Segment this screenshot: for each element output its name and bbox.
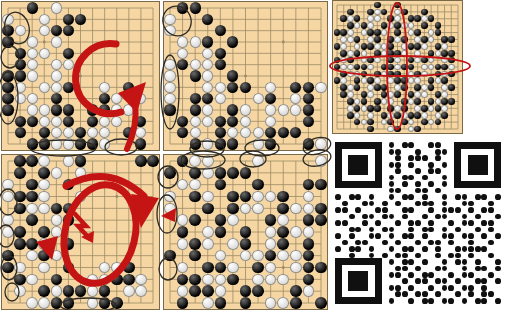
black-stone bbox=[215, 127, 226, 138]
white-stone bbox=[265, 116, 276, 127]
qr-module bbox=[408, 272, 414, 278]
white-stone bbox=[39, 116, 50, 127]
qr-module bbox=[428, 220, 434, 226]
qr-module bbox=[408, 259, 414, 265]
black-stone bbox=[347, 112, 354, 119]
qr-module bbox=[435, 155, 441, 161]
white-stone bbox=[215, 93, 226, 104]
white-stone bbox=[164, 14, 175, 25]
qr-module bbox=[462, 214, 468, 220]
black-stone bbox=[290, 285, 302, 297]
qr-module bbox=[428, 162, 434, 168]
white-stone bbox=[51, 116, 62, 127]
white-stone bbox=[367, 91, 374, 98]
black-stone bbox=[448, 71, 455, 78]
white-stone bbox=[252, 191, 264, 203]
qr-module bbox=[462, 246, 468, 252]
white-stone bbox=[202, 274, 214, 286]
black-stone bbox=[414, 43, 421, 50]
qr-module bbox=[408, 285, 414, 291]
white-stone bbox=[394, 105, 401, 112]
white-stone bbox=[202, 70, 213, 81]
white-stone bbox=[421, 64, 428, 71]
white-stone bbox=[387, 22, 394, 29]
black-stone bbox=[63, 104, 74, 115]
qr-module bbox=[488, 227, 494, 233]
black-stone bbox=[227, 138, 238, 149]
black-stone bbox=[290, 297, 302, 309]
qr-module bbox=[415, 278, 421, 284]
white-stone bbox=[340, 36, 347, 43]
qr-module bbox=[355, 240, 361, 246]
qr-module bbox=[369, 233, 375, 239]
black-stone bbox=[340, 50, 347, 57]
white-stone bbox=[315, 138, 326, 149]
black-stone bbox=[435, 105, 442, 112]
white-stone bbox=[2, 179, 14, 191]
qr-module bbox=[488, 253, 494, 259]
white-stone bbox=[361, 50, 368, 57]
qr-module bbox=[422, 194, 428, 200]
black-stone bbox=[421, 105, 428, 112]
white-stone bbox=[265, 104, 276, 115]
qr-module bbox=[455, 291, 461, 297]
white-stone bbox=[265, 238, 277, 250]
qr-module bbox=[415, 240, 421, 246]
black-stone bbox=[340, 84, 347, 91]
black-stone bbox=[14, 226, 26, 238]
black-stone bbox=[401, 9, 408, 16]
black-stone bbox=[374, 71, 381, 78]
white-stone bbox=[340, 43, 347, 50]
white-stone bbox=[367, 22, 374, 29]
qr-module bbox=[462, 266, 468, 272]
qr-module bbox=[382, 207, 388, 213]
white-stone bbox=[303, 285, 315, 297]
qr-module bbox=[475, 259, 481, 265]
white-stone bbox=[2, 214, 14, 226]
black-stone bbox=[315, 179, 327, 191]
black-stone bbox=[387, 71, 394, 78]
qr-module bbox=[389, 214, 395, 220]
qr-module bbox=[389, 162, 395, 168]
black-stone bbox=[394, 112, 401, 119]
qr-module bbox=[395, 266, 401, 272]
black-stone bbox=[63, 238, 75, 250]
black-stone bbox=[202, 203, 214, 215]
black-stone bbox=[14, 274, 26, 286]
white-stone bbox=[435, 77, 442, 84]
black-stone bbox=[354, 50, 361, 57]
qr-module bbox=[495, 259, 501, 265]
black-stone bbox=[27, 116, 38, 127]
white-stone bbox=[414, 50, 421, 57]
black-stone bbox=[111, 274, 123, 286]
black-stone bbox=[277, 238, 289, 250]
qr-module bbox=[415, 253, 421, 259]
qr-module bbox=[395, 168, 401, 174]
qr-module bbox=[442, 266, 448, 272]
qr-module bbox=[495, 194, 501, 200]
qr-module bbox=[382, 227, 388, 233]
black-stone bbox=[215, 25, 226, 36]
qr-module bbox=[442, 285, 448, 291]
qr-module bbox=[349, 214, 355, 220]
white-stone bbox=[39, 104, 50, 115]
qr-module bbox=[389, 259, 395, 265]
qr-module bbox=[442, 233, 448, 239]
black-stone bbox=[374, 2, 381, 9]
qr-module bbox=[428, 272, 434, 278]
black-stone bbox=[189, 214, 201, 226]
qr-module bbox=[382, 240, 388, 246]
qr-module bbox=[422, 278, 428, 284]
black-stone bbox=[394, 77, 401, 84]
black-stone bbox=[428, 50, 435, 57]
white-stone bbox=[2, 14, 13, 25]
white-stone bbox=[38, 155, 50, 167]
black-stone bbox=[87, 104, 98, 115]
black-stone bbox=[435, 22, 442, 29]
black-stone bbox=[14, 238, 26, 250]
black-stone bbox=[347, 22, 354, 29]
white-stone bbox=[51, 82, 62, 93]
black-stone bbox=[240, 167, 252, 179]
white-stone bbox=[177, 48, 188, 59]
white-stone bbox=[252, 155, 264, 167]
white-stone bbox=[252, 274, 264, 286]
white-stone bbox=[303, 226, 315, 238]
qr-module bbox=[462, 220, 468, 226]
black-stone bbox=[381, 91, 388, 98]
qr-module bbox=[475, 227, 481, 233]
white-stone bbox=[164, 59, 175, 70]
black-stone bbox=[2, 262, 14, 274]
white-stone bbox=[189, 155, 201, 167]
white-stone bbox=[252, 203, 264, 215]
black-stone bbox=[51, 203, 63, 215]
black-stone bbox=[435, 29, 442, 36]
black-stone bbox=[14, 167, 26, 179]
qr-module bbox=[455, 253, 461, 259]
qr-module bbox=[455, 227, 461, 233]
white-stone bbox=[164, 93, 175, 104]
white-stone bbox=[290, 104, 301, 115]
qr-module bbox=[448, 220, 454, 226]
black-stone bbox=[99, 104, 110, 115]
qr-module bbox=[408, 233, 414, 239]
qr-module bbox=[455, 246, 461, 252]
white-stone bbox=[135, 274, 147, 286]
black-stone bbox=[63, 214, 75, 226]
qr-module bbox=[349, 194, 355, 200]
qr-module bbox=[468, 220, 474, 226]
qr-module bbox=[475, 266, 481, 272]
white-stone bbox=[381, 98, 388, 105]
white-stone bbox=[111, 262, 123, 274]
qr-finder-module bbox=[375, 297, 382, 304]
qr-module bbox=[369, 246, 375, 252]
white-stone bbox=[99, 82, 110, 93]
black-stone bbox=[387, 36, 394, 43]
white-stone bbox=[51, 36, 62, 47]
qr-module bbox=[422, 233, 428, 239]
qr-module bbox=[422, 227, 428, 233]
qr-module bbox=[395, 201, 401, 207]
white-stone bbox=[414, 105, 421, 112]
black-stone bbox=[227, 104, 238, 115]
black-stone bbox=[374, 36, 381, 43]
black-stone bbox=[202, 36, 213, 47]
black-stone bbox=[240, 285, 252, 297]
qr-module bbox=[389, 194, 395, 200]
white-stone bbox=[27, 93, 38, 104]
white-stone bbox=[51, 127, 62, 138]
white-stone bbox=[277, 274, 289, 286]
black-stone bbox=[75, 14, 86, 25]
black-stone bbox=[190, 93, 201, 104]
black-stone bbox=[227, 191, 239, 203]
white-stone bbox=[394, 9, 401, 16]
qr-module bbox=[369, 214, 375, 220]
black-stone bbox=[315, 214, 327, 226]
black-stone bbox=[26, 214, 38, 226]
white-stone bbox=[240, 116, 251, 127]
black-stone bbox=[367, 29, 374, 36]
black-stone bbox=[135, 155, 147, 167]
black-stone bbox=[164, 250, 176, 262]
qr-module bbox=[395, 291, 401, 297]
qr-module bbox=[455, 194, 461, 200]
white-stone bbox=[2, 191, 14, 203]
white-stone bbox=[87, 297, 99, 309]
qr-module bbox=[435, 142, 441, 148]
qr-finder-module bbox=[494, 181, 501, 188]
black-stone bbox=[14, 191, 26, 203]
black-stone bbox=[367, 77, 374, 84]
black-stone bbox=[374, 84, 381, 91]
black-stone bbox=[252, 285, 264, 297]
black-stone bbox=[38, 167, 50, 179]
white-stone bbox=[265, 297, 277, 309]
white-stone bbox=[202, 167, 214, 179]
black-stone bbox=[15, 127, 26, 138]
black-stone bbox=[15, 116, 26, 127]
go-board-bottom-right bbox=[163, 154, 328, 310]
black-stone bbox=[387, 43, 394, 50]
black-stone bbox=[51, 297, 63, 309]
qr-module bbox=[389, 272, 395, 278]
qr-module bbox=[408, 298, 414, 304]
qr-module bbox=[468, 233, 474, 239]
black-stone bbox=[27, 138, 38, 149]
black-stone bbox=[421, 22, 428, 29]
qr-module bbox=[402, 266, 408, 272]
qr-module bbox=[395, 240, 401, 246]
black-stone bbox=[240, 226, 252, 238]
black-stone bbox=[123, 262, 135, 274]
black-stone bbox=[340, 91, 347, 98]
black-stone bbox=[334, 29, 341, 36]
qr-module bbox=[382, 253, 388, 259]
white-stone bbox=[2, 226, 14, 238]
black-stone bbox=[435, 43, 442, 50]
white-stone bbox=[340, 77, 347, 84]
qr-module bbox=[428, 168, 434, 174]
black-stone bbox=[394, 91, 401, 98]
qr-module bbox=[402, 181, 408, 187]
white-stone bbox=[361, 77, 368, 84]
qr-module bbox=[481, 220, 487, 226]
black-stone bbox=[303, 116, 314, 127]
qr-module bbox=[408, 155, 414, 161]
white-stone bbox=[448, 64, 455, 71]
qr-module bbox=[428, 181, 434, 187]
white-stone bbox=[401, 43, 408, 50]
black-stone bbox=[190, 138, 201, 149]
black-stone bbox=[401, 119, 408, 126]
black-stone bbox=[123, 274, 135, 286]
qr-module bbox=[488, 272, 494, 278]
white-stone bbox=[347, 71, 354, 78]
black-stone bbox=[190, 2, 201, 13]
black-stone bbox=[441, 98, 448, 105]
qr-module bbox=[475, 246, 481, 252]
black-stone bbox=[63, 82, 74, 93]
black-stone bbox=[421, 57, 428, 64]
black-stone bbox=[441, 112, 448, 119]
black-stone bbox=[227, 70, 238, 81]
qr-module bbox=[435, 291, 441, 297]
black-stone bbox=[75, 155, 87, 167]
qr-module bbox=[448, 207, 454, 213]
white-stone bbox=[215, 82, 226, 93]
white-stone bbox=[347, 64, 354, 71]
qr-module bbox=[422, 291, 428, 297]
qr-module bbox=[408, 227, 414, 233]
black-stone bbox=[51, 104, 62, 115]
white-stone bbox=[27, 59, 38, 70]
white-stone bbox=[354, 43, 361, 50]
black-stone bbox=[394, 22, 401, 29]
white-stone bbox=[290, 250, 302, 262]
black-stone bbox=[428, 98, 435, 105]
black-stone bbox=[448, 50, 455, 57]
black-stone bbox=[354, 36, 361, 43]
black-stone bbox=[361, 43, 368, 50]
white-stone bbox=[367, 112, 374, 119]
qr-module bbox=[415, 201, 421, 207]
qr-module bbox=[389, 233, 395, 239]
black-stone bbox=[75, 285, 87, 297]
black-stone bbox=[63, 116, 74, 127]
qr-module bbox=[488, 207, 494, 213]
black-stone bbox=[265, 138, 276, 149]
black-stone bbox=[190, 104, 201, 115]
black-stone bbox=[189, 167, 201, 179]
qr-module bbox=[462, 233, 468, 239]
white-stone bbox=[38, 297, 50, 309]
white-stone bbox=[39, 25, 50, 36]
qr-finder-module bbox=[361, 168, 368, 175]
qr-module bbox=[435, 240, 441, 246]
black-stone bbox=[202, 285, 214, 297]
black-stone bbox=[240, 297, 252, 309]
white-stone bbox=[51, 226, 63, 238]
qr-module bbox=[342, 240, 348, 246]
qr-module bbox=[402, 233, 408, 239]
black-stone bbox=[27, 2, 38, 13]
qr-module bbox=[435, 246, 441, 252]
qr-module bbox=[475, 194, 481, 200]
black-stone bbox=[215, 214, 227, 226]
black-stone bbox=[99, 297, 111, 309]
black-stone bbox=[394, 2, 401, 9]
qr-module bbox=[495, 214, 501, 220]
qr-module bbox=[355, 207, 361, 213]
white-stone bbox=[253, 93, 264, 104]
qr-module bbox=[415, 266, 421, 272]
black-stone bbox=[354, 105, 361, 112]
qr-module bbox=[415, 188, 421, 194]
white-stone bbox=[51, 285, 63, 297]
white-stone bbox=[190, 127, 201, 138]
black-stone bbox=[227, 274, 239, 286]
qr-module bbox=[462, 298, 468, 304]
white-stone bbox=[394, 36, 401, 43]
qr-module bbox=[342, 201, 348, 207]
qr-module bbox=[408, 207, 414, 213]
qr-module bbox=[428, 227, 434, 233]
qr-module bbox=[488, 201, 494, 207]
black-stone bbox=[303, 214, 315, 226]
black-stone bbox=[51, 274, 63, 286]
black-stone bbox=[441, 36, 448, 43]
white-stone bbox=[347, 50, 354, 57]
qr-module bbox=[428, 298, 434, 304]
qr-module bbox=[395, 149, 401, 155]
white-stone bbox=[253, 127, 264, 138]
qr-module bbox=[422, 259, 428, 265]
white-stone bbox=[51, 214, 63, 226]
white-stone bbox=[367, 15, 374, 22]
white-stone bbox=[421, 71, 428, 78]
white-stone bbox=[99, 138, 110, 149]
black-stone bbox=[227, 203, 239, 215]
white-stone bbox=[387, 98, 394, 105]
qr-module bbox=[435, 253, 441, 259]
white-stone bbox=[27, 104, 38, 115]
qr-module bbox=[462, 201, 468, 207]
white-stone bbox=[347, 91, 354, 98]
white-stone bbox=[123, 285, 135, 297]
white-stone bbox=[26, 274, 38, 286]
white-stone bbox=[374, 15, 381, 22]
white-stone bbox=[27, 36, 38, 47]
qr-module bbox=[422, 272, 428, 278]
white-stone bbox=[14, 262, 26, 274]
black-stone bbox=[448, 36, 455, 43]
white-stone bbox=[414, 36, 421, 43]
black-stone bbox=[14, 155, 26, 167]
black-stone bbox=[367, 9, 374, 16]
white-stone bbox=[290, 226, 302, 238]
qr-module bbox=[408, 246, 414, 252]
qr-module bbox=[481, 266, 487, 272]
white-stone bbox=[361, 105, 368, 112]
white-stone bbox=[202, 191, 214, 203]
qr-module bbox=[402, 214, 408, 220]
